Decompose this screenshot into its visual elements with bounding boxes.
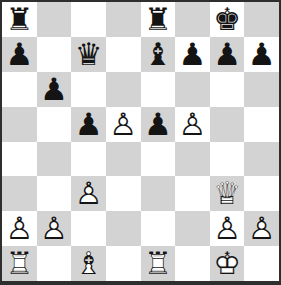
square-a1[interactable]: ♜♖ (2, 246, 37, 281)
piece-black-pawn: ♟ (210, 37, 245, 72)
black-piece-fill-layer: ♛ (71, 37, 106, 72)
piece-white-pawn: ♟♙ (106, 107, 141, 142)
piece-black-pawn: ♟ (71, 107, 106, 142)
square-g7[interactable]: ♟ (210, 37, 245, 72)
piece-white-rook: ♜♖ (2, 246, 37, 281)
square-d2[interactable] (106, 211, 141, 246)
square-e4[interactable] (141, 142, 176, 177)
square-f4[interactable] (175, 142, 210, 177)
square-b3[interactable] (37, 176, 72, 211)
piece-white-pawn: ♟♙ (2, 211, 37, 246)
piece-white-pawn: ♟♙ (210, 211, 245, 246)
white-piece-outline-layer: ♙ (210, 211, 245, 246)
piece-white-pawn: ♟♙ (37, 211, 72, 246)
square-g1[interactable]: ♚♔ (210, 246, 245, 281)
square-c7[interactable]: ♛ (71, 37, 106, 72)
square-g3[interactable]: ♛♕ (210, 176, 245, 211)
square-c5[interactable]: ♟ (71, 107, 106, 142)
square-a2[interactable]: ♟♙ (2, 211, 37, 246)
white-piece-outline-layer: ♕ (210, 176, 245, 211)
square-a4[interactable] (2, 142, 37, 177)
white-piece-outline-layer: ♙ (244, 211, 279, 246)
piece-black-pawn: ♟ (2, 37, 37, 72)
square-f6[interactable] (175, 72, 210, 107)
square-a6[interactable] (2, 72, 37, 107)
white-piece-outline-layer: ♖ (141, 246, 176, 281)
black-piece-fill-layer: ♟ (2, 37, 37, 72)
square-a3[interactable] (2, 176, 37, 211)
square-h3[interactable] (244, 176, 279, 211)
square-e6[interactable] (141, 72, 176, 107)
square-d3[interactable] (106, 176, 141, 211)
piece-black-queen: ♛ (71, 37, 106, 72)
piece-white-king: ♚♔ (210, 246, 245, 281)
square-c3[interactable]: ♟♙ (71, 176, 106, 211)
square-d8[interactable] (106, 2, 141, 37)
square-f7[interactable]: ♟ (175, 37, 210, 72)
piece-white-queen: ♛♕ (210, 176, 245, 211)
square-b4[interactable] (37, 142, 72, 177)
black-piece-fill-layer: ♟ (175, 37, 210, 72)
square-c8[interactable] (71, 2, 106, 37)
square-f1[interactable] (175, 246, 210, 281)
piece-black-pawn: ♟ (141, 107, 176, 142)
square-d7[interactable] (106, 37, 141, 72)
square-c4[interactable] (71, 142, 106, 177)
chess-board: ♜♜♚♟♛♝♟♟♟♟♟♟♙♟♟♙♟♙♛♕♟♙♟♙♟♙♟♙♜♖♝♗♜♖♚♔ (0, 0, 281, 285)
white-piece-outline-layer: ♙ (71, 176, 106, 211)
piece-black-pawn: ♟ (175, 37, 210, 72)
piece-white-pawn: ♟♙ (175, 107, 210, 142)
black-piece-fill-layer: ♟ (37, 72, 72, 107)
square-c1[interactable]: ♝♗ (71, 246, 106, 281)
square-a8[interactable]: ♜ (2, 2, 37, 37)
square-a5[interactable] (2, 107, 37, 142)
square-f8[interactable] (175, 2, 210, 37)
square-b6[interactable]: ♟ (37, 72, 72, 107)
chess-diagram: ♜♜♚♟♛♝♟♟♟♟♟♟♙♟♟♙♟♙♛♕♟♙♟♙♟♙♟♙♜♖♝♗♜♖♚♔ (0, 0, 281, 285)
black-piece-fill-layer: ♟ (141, 107, 176, 142)
square-h2[interactable]: ♟♙ (244, 211, 279, 246)
white-piece-outline-layer: ♖ (2, 246, 37, 281)
square-b7[interactable] (37, 37, 72, 72)
square-g8[interactable]: ♚ (210, 2, 245, 37)
white-piece-outline-layer: ♙ (37, 211, 72, 246)
piece-white-bishop: ♝♗ (71, 246, 106, 281)
square-b2[interactable]: ♟♙ (37, 211, 72, 246)
piece-black-bishop: ♝ (141, 37, 176, 72)
square-h6[interactable] (244, 72, 279, 107)
square-e1[interactable]: ♜♖ (141, 246, 176, 281)
square-d1[interactable] (106, 246, 141, 281)
black-piece-fill-layer: ♟ (210, 37, 245, 72)
square-f2[interactable] (175, 211, 210, 246)
square-g5[interactable] (210, 107, 245, 142)
square-e7[interactable]: ♝ (141, 37, 176, 72)
square-e8[interactable]: ♜ (141, 2, 176, 37)
piece-black-rook: ♜ (141, 2, 176, 37)
piece-black-king: ♚ (210, 2, 245, 37)
piece-black-pawn: ♟ (244, 37, 279, 72)
square-d4[interactable] (106, 142, 141, 177)
square-h4[interactable] (244, 142, 279, 177)
square-c6[interactable] (71, 72, 106, 107)
white-piece-outline-layer: ♙ (106, 107, 141, 142)
square-b1[interactable] (37, 246, 72, 281)
white-piece-outline-layer: ♙ (2, 211, 37, 246)
piece-black-rook: ♜ (2, 2, 37, 37)
square-b8[interactable] (37, 2, 72, 37)
square-e2[interactable] (141, 211, 176, 246)
piece-white-pawn: ♟♙ (71, 176, 106, 211)
black-piece-fill-layer: ♟ (244, 37, 279, 72)
square-e3[interactable] (141, 176, 176, 211)
square-h1[interactable] (244, 246, 279, 281)
square-b5[interactable] (37, 107, 72, 142)
square-a7[interactable]: ♟ (2, 37, 37, 72)
white-piece-outline-layer: ♗ (71, 246, 106, 281)
white-piece-outline-layer: ♔ (210, 246, 245, 281)
black-piece-fill-layer: ♚ (210, 2, 245, 37)
square-d6[interactable] (106, 72, 141, 107)
square-h8[interactable] (244, 2, 279, 37)
square-g2[interactable]: ♟♙ (210, 211, 245, 246)
square-g4[interactable] (210, 142, 245, 177)
black-piece-fill-layer: ♝ (141, 37, 176, 72)
square-d5[interactable]: ♟♙ (106, 107, 141, 142)
black-piece-fill-layer: ♜ (2, 2, 37, 37)
square-h7[interactable]: ♟ (244, 37, 279, 72)
piece-white-rook: ♜♖ (141, 246, 176, 281)
piece-black-pawn: ♟ (37, 72, 72, 107)
square-c2[interactable] (71, 211, 106, 246)
square-f5[interactable]: ♟♙ (175, 107, 210, 142)
white-piece-outline-layer: ♙ (175, 107, 210, 142)
square-g6[interactable] (210, 72, 245, 107)
square-e5[interactable]: ♟ (141, 107, 176, 142)
black-piece-fill-layer: ♜ (141, 2, 176, 37)
black-piece-fill-layer: ♟ (71, 107, 106, 142)
square-h5[interactable] (244, 107, 279, 142)
square-f3[interactable] (175, 176, 210, 211)
piece-white-pawn: ♟♙ (244, 211, 279, 246)
